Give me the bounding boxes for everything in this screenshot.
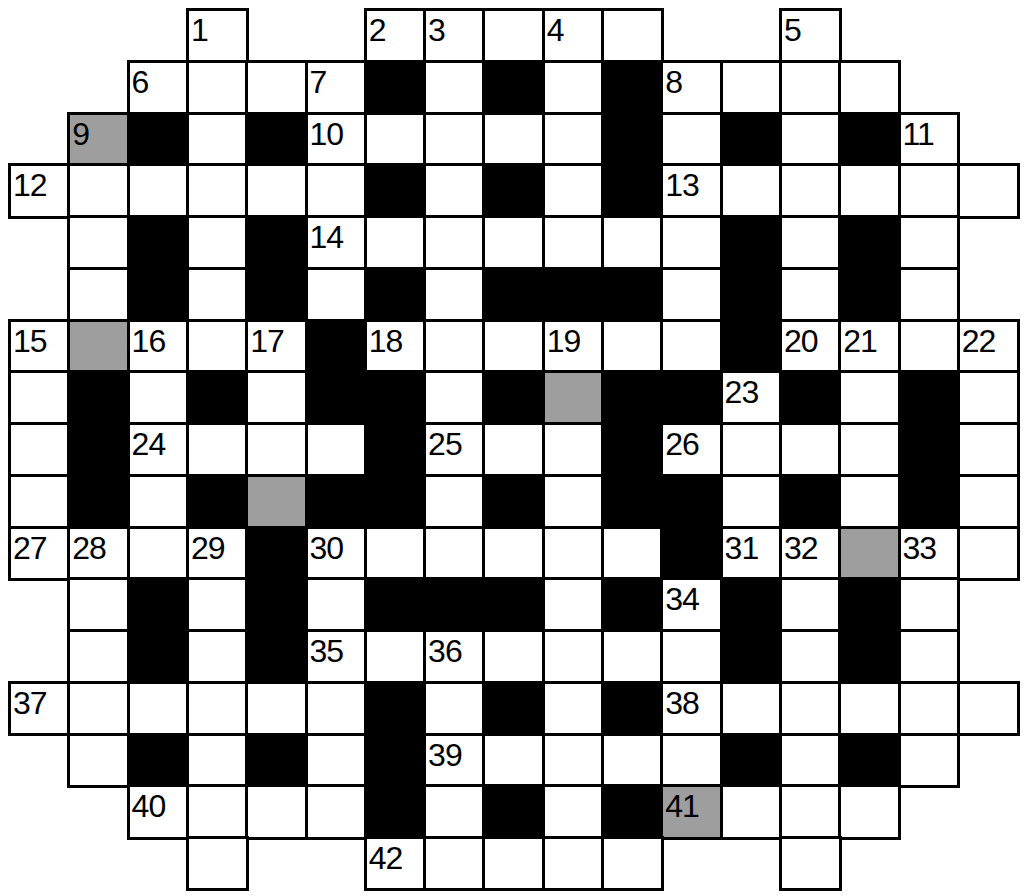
block-cell [601, 784, 664, 839]
block-cell [305, 319, 368, 374]
letter-cell[interactable] [957, 474, 1020, 529]
block-cell [482, 370, 545, 425]
block-cell [364, 60, 427, 115]
clue-number: 27 [13, 532, 47, 564]
block-cell [305, 370, 368, 425]
letter-cell[interactable] [305, 577, 368, 632]
letter-cell[interactable] [542, 681, 605, 736]
letter-cell[interactable] [305, 784, 368, 839]
letter-cell[interactable] [779, 163, 842, 218]
letter-cell[interactable] [601, 526, 664, 581]
letter-cell[interactable] [127, 370, 190, 425]
letter-cell[interactable] [542, 784, 605, 839]
clue-number: 25 [428, 428, 462, 460]
block-cell [245, 215, 308, 270]
clue-number: 29 [191, 532, 225, 564]
letter-cell[interactable] [779, 267, 842, 322]
clue-number: 41 [665, 790, 699, 822]
letter-cell[interactable] [364, 215, 427, 270]
letter-cell[interactable] [720, 60, 783, 115]
letter-cell[interactable]: 16 [127, 319, 190, 374]
block-cell [482, 267, 545, 322]
letter-cell[interactable] [423, 474, 486, 529]
letter-cell[interactable] [542, 215, 605, 270]
clue-number: 37 [13, 687, 47, 719]
letter-cell[interactable] [67, 577, 130, 632]
letter-cell[interactable] [542, 836, 605, 891]
letter-cell[interactable] [482, 215, 545, 270]
letter-cell[interactable] [364, 629, 427, 684]
letter-cell[interactable] [838, 681, 901, 736]
clue-number: 4 [547, 14, 564, 46]
block-cell [838, 215, 901, 270]
letter-cell[interactable]: 12 [8, 163, 71, 218]
block-cell [601, 163, 664, 218]
letter-cell[interactable] [660, 629, 723, 684]
letter-cell[interactable] [423, 836, 486, 891]
block-cell [364, 163, 427, 218]
block-cell [601, 422, 664, 477]
letter-cell[interactable]: 27 [8, 526, 71, 581]
block-cell [601, 60, 664, 115]
letter-cell[interactable] [779, 681, 842, 736]
letter-cell[interactable] [423, 784, 486, 839]
letter-cell[interactable] [482, 112, 545, 167]
letter-cell[interactable] [779, 422, 842, 477]
block-cell [127, 733, 190, 788]
letter-cell[interactable]: 24 [127, 422, 190, 477]
letter-cell[interactable] [186, 733, 249, 788]
letter-cell[interactable]: 5 [779, 8, 842, 63]
crossword-grid: 1234567891011121314151617181920212223242… [0, 0, 1024, 896]
letter-cell[interactable]: 30 [305, 526, 368, 581]
clue-number: 7 [310, 66, 327, 98]
letter-cell[interactable] [67, 215, 130, 270]
letter-cell[interactable] [542, 474, 605, 529]
letter-cell[interactable] [305, 422, 368, 477]
clue-number: 1 [191, 14, 208, 46]
letter-cell[interactable] [8, 474, 71, 529]
clue-number: 17 [250, 325, 284, 357]
clue-number: 23 [725, 376, 759, 408]
clue-number: 12 [13, 169, 47, 201]
letter-cell[interactable] [601, 319, 664, 374]
letter-cell[interactable] [482, 526, 545, 581]
letter-cell[interactable] [957, 163, 1020, 218]
letter-cell[interactable]: 3 [423, 8, 486, 63]
letter-cell[interactable] [720, 681, 783, 736]
letter-cell[interactable] [779, 215, 842, 270]
block-cell [660, 474, 723, 529]
block-cell [245, 112, 308, 167]
block-cell [364, 733, 427, 788]
block-cell [245, 526, 308, 581]
clue-number: 10 [310, 118, 344, 150]
letter-cell[interactable] [423, 60, 486, 115]
letter-cell[interactable] [898, 681, 961, 736]
letter-cell[interactable]: 39 [423, 733, 486, 788]
letter-cell[interactable]: 14 [305, 215, 368, 270]
letter-cell[interactable] [186, 60, 249, 115]
block-cell [660, 370, 723, 425]
letter-cell[interactable] [542, 629, 605, 684]
letter-cell[interactable]: 28 [67, 526, 130, 581]
letter-cell[interactable]: 11 [898, 112, 961, 167]
letter-cell[interactable] [364, 526, 427, 581]
clue-number: 2 [369, 14, 386, 46]
block-cell [779, 370, 842, 425]
letter-cell[interactable] [601, 629, 664, 684]
letter-cell[interactable]: 34 [660, 577, 723, 632]
block-cell [245, 629, 308, 684]
letter-cell[interactable] [423, 112, 486, 167]
clue-number: 42 [369, 842, 403, 874]
block-cell [720, 629, 783, 684]
letter-cell[interactable]: 9 [67, 112, 130, 167]
block-cell [127, 215, 190, 270]
block-cell [838, 629, 901, 684]
clue-number: 35 [310, 635, 344, 667]
letter-cell[interactable]: 2 [364, 8, 427, 63]
block-cell [482, 60, 545, 115]
letter-cell[interactable] [482, 319, 545, 374]
clue-number: 13 [665, 169, 699, 201]
letter-cell[interactable] [8, 370, 71, 425]
block-cell [720, 319, 783, 374]
clue-number: 5 [784, 14, 801, 46]
letter-cell[interactable]: 32 [779, 526, 842, 581]
letter-cell[interactable] [245, 474, 308, 529]
letter-cell[interactable] [838, 370, 901, 425]
clue-number: 40 [132, 790, 166, 822]
letter-cell[interactable]: 18 [364, 319, 427, 374]
block-cell [601, 577, 664, 632]
clue-number: 33 [903, 532, 937, 564]
letter-cell[interactable] [245, 784, 308, 839]
letter-cell[interactable]: 25 [423, 422, 486, 477]
letter-cell[interactable] [779, 733, 842, 788]
letter-cell[interactable] [660, 733, 723, 788]
clue-number: 26 [665, 428, 699, 460]
letter-cell[interactable]: 29 [186, 526, 249, 581]
letter-cell[interactable] [957, 422, 1020, 477]
block-cell [482, 681, 545, 736]
block-cell [542, 267, 605, 322]
letter-cell[interactable] [660, 319, 723, 374]
letter-cell[interactable] [67, 629, 130, 684]
letter-cell[interactable] [186, 836, 249, 891]
letter-cell[interactable] [127, 474, 190, 529]
letter-cell[interactable] [127, 163, 190, 218]
clue-number: 31 [725, 532, 759, 564]
letter-cell[interactable] [245, 681, 308, 736]
block-cell [601, 112, 664, 167]
letter-cell[interactable] [186, 629, 249, 684]
block-cell [898, 474, 961, 529]
clue-number: 28 [72, 532, 106, 564]
clue-number: 39 [428, 739, 462, 771]
clue-number: 22 [962, 325, 996, 357]
block-cell [482, 163, 545, 218]
letter-cell[interactable] [423, 526, 486, 581]
letter-cell[interactable]: 7 [305, 60, 368, 115]
letter-cell[interactable]: 17 [245, 319, 308, 374]
block-cell [364, 267, 427, 322]
letter-cell[interactable] [898, 629, 961, 684]
letter-cell[interactable]: 22 [957, 319, 1020, 374]
letter-cell[interactable]: 20 [779, 319, 842, 374]
clue-number: 21 [843, 325, 877, 357]
block-cell [601, 474, 664, 529]
block-cell [482, 577, 545, 632]
letter-cell[interactable] [67, 163, 130, 218]
letter-cell[interactable] [127, 526, 190, 581]
block-cell [720, 733, 783, 788]
clue-number: 19 [547, 325, 581, 357]
letter-cell[interactable] [482, 733, 545, 788]
letter-cell[interactable] [660, 112, 723, 167]
letter-cell[interactable] [838, 474, 901, 529]
letter-cell[interactable] [542, 163, 605, 218]
letter-cell[interactable] [957, 526, 1020, 581]
letter-cell[interactable] [186, 163, 249, 218]
clue-number: 9 [72, 118, 89, 150]
block-cell [660, 526, 723, 581]
block-cell [67, 422, 130, 477]
clue-number: 15 [13, 325, 47, 357]
letter-cell[interactable] [423, 319, 486, 374]
clue-number: 32 [784, 532, 818, 564]
letter-cell[interactable] [898, 733, 961, 788]
letter-cell[interactable] [779, 60, 842, 115]
clue-number: 18 [369, 325, 403, 357]
letter-cell[interactable] [423, 370, 486, 425]
letter-cell[interactable]: 37 [8, 681, 71, 736]
letter-cell[interactable] [720, 422, 783, 477]
letter-cell[interactable] [482, 836, 545, 891]
block-cell [127, 577, 190, 632]
letter-cell[interactable] [245, 422, 308, 477]
block-cell [601, 370, 664, 425]
block-cell [364, 474, 427, 529]
letter-cell[interactable] [423, 215, 486, 270]
letter-cell[interactable] [601, 215, 664, 270]
clue-number: 6 [132, 66, 149, 98]
block-cell [898, 370, 961, 425]
letter-cell[interactable] [957, 370, 1020, 425]
letter-cell[interactable] [186, 319, 249, 374]
letter-cell[interactable] [542, 526, 605, 581]
letter-cell[interactable] [482, 8, 545, 63]
block-cell [127, 629, 190, 684]
letter-cell[interactable] [542, 577, 605, 632]
letter-cell[interactable] [305, 681, 368, 736]
block-cell [838, 733, 901, 788]
letter-cell[interactable] [601, 8, 664, 63]
letter-cell[interactable] [898, 163, 961, 218]
letter-cell[interactable] [245, 163, 308, 218]
block-cell [364, 577, 427, 632]
block-cell [305, 474, 368, 529]
letter-cell[interactable] [542, 370, 605, 425]
block-cell [67, 370, 130, 425]
block-cell [245, 577, 308, 632]
letter-cell[interactable] [601, 836, 664, 891]
letter-cell[interactable] [67, 267, 130, 322]
letter-cell[interactable] [838, 60, 901, 115]
letter-cell[interactable] [67, 681, 130, 736]
block-cell [720, 215, 783, 270]
letter-cell[interactable] [423, 681, 486, 736]
clue-number: 36 [428, 635, 462, 667]
letter-cell[interactable] [8, 422, 71, 477]
clue-number: 11 [903, 118, 934, 150]
clue-number: 3 [428, 14, 445, 46]
letter-cell[interactable] [957, 681, 1020, 736]
letter-cell[interactable]: 42 [364, 836, 427, 891]
letter-cell[interactable] [542, 422, 605, 477]
letter-cell[interactable] [898, 267, 961, 322]
block-cell [364, 370, 427, 425]
letter-cell[interactable] [779, 577, 842, 632]
letter-cell[interactable] [779, 112, 842, 167]
block-cell [779, 474, 842, 529]
block-cell [67, 474, 130, 529]
letter-cell[interactable] [482, 629, 545, 684]
letter-cell[interactable]: 38 [660, 681, 723, 736]
letter-cell[interactable]: 13 [660, 163, 723, 218]
letter-cell[interactable] [186, 422, 249, 477]
clue-number: 14 [310, 221, 344, 253]
clue-number: 16 [132, 325, 166, 357]
letter-cell[interactable]: 40 [127, 784, 190, 839]
block-cell [364, 422, 427, 477]
letter-cell[interactable]: 21 [838, 319, 901, 374]
letter-cell[interactable] [779, 629, 842, 684]
letter-cell[interactable] [660, 215, 723, 270]
letter-cell[interactable]: 8 [660, 60, 723, 115]
letter-cell[interactable] [305, 267, 368, 322]
block-cell [186, 474, 249, 529]
block-cell [364, 681, 427, 736]
block-cell [482, 784, 545, 839]
letter-cell[interactable] [720, 474, 783, 529]
letter-cell[interactable] [898, 577, 961, 632]
clue-number: 20 [784, 325, 818, 357]
block-cell [127, 112, 190, 167]
letter-cell[interactable]: 26 [660, 422, 723, 477]
letter-cell[interactable] [542, 112, 605, 167]
letter-cell[interactable] [779, 784, 842, 839]
letter-cell[interactable] [720, 784, 783, 839]
letter-cell[interactable] [482, 422, 545, 477]
letter-cell[interactable] [542, 60, 605, 115]
letter-cell[interactable]: 41 [660, 784, 723, 839]
clue-number: 30 [310, 532, 344, 564]
block-cell [245, 733, 308, 788]
block-cell [601, 267, 664, 322]
clue-number: 8 [665, 66, 682, 98]
letter-cell[interactable]: 6 [127, 60, 190, 115]
block-cell [838, 112, 901, 167]
letter-cell[interactable] [186, 784, 249, 839]
block-cell [245, 267, 308, 322]
letter-cell[interactable] [186, 681, 249, 736]
block-cell [127, 267, 190, 322]
block-cell [720, 267, 783, 322]
letter-cell[interactable] [838, 784, 901, 839]
letter-cell[interactable] [186, 215, 249, 270]
letter-cell[interactable]: 19 [542, 319, 605, 374]
letter-cell[interactable]: 10 [305, 112, 368, 167]
block-cell [601, 681, 664, 736]
letter-cell[interactable] [423, 267, 486, 322]
letter-cell[interactable] [838, 422, 901, 477]
letter-cell[interactable] [305, 733, 368, 788]
letter-cell[interactable] [186, 267, 249, 322]
letter-cell[interactable] [245, 370, 308, 425]
letter-cell[interactable] [364, 112, 427, 167]
letter-cell[interactable]: 1 [186, 8, 249, 63]
letter-cell[interactable] [838, 163, 901, 218]
letter-cell[interactable] [67, 733, 130, 788]
letter-cell[interactable] [423, 163, 486, 218]
letter-cell[interactable]: 33 [898, 526, 961, 581]
letter-cell[interactable] [898, 319, 961, 374]
letter-cell[interactable]: 31 [720, 526, 783, 581]
block-cell [186, 370, 249, 425]
letter-cell[interactable]: 36 [423, 629, 486, 684]
letter-cell[interactable] [186, 112, 249, 167]
clue-number: 38 [665, 687, 699, 719]
letter-cell[interactable] [127, 681, 190, 736]
letter-cell[interactable] [67, 319, 130, 374]
letter-cell[interactable] [542, 733, 605, 788]
clue-number: 24 [132, 428, 166, 460]
block-cell [423, 577, 486, 632]
letter-cell[interactable]: 23 [720, 370, 783, 425]
letter-cell[interactable] [186, 577, 249, 632]
block-cell [898, 422, 961, 477]
block-cell [838, 267, 901, 322]
letter-cell[interactable] [898, 215, 961, 270]
letter-cell[interactable] [779, 836, 842, 891]
letter-cell[interactable] [245, 60, 308, 115]
block-cell [720, 112, 783, 167]
letter-cell[interactable] [305, 163, 368, 218]
letter-cell[interactable]: 15 [8, 319, 71, 374]
block-cell [720, 577, 783, 632]
clue-number: 34 [665, 583, 699, 615]
letter-cell[interactable]: 4 [542, 8, 605, 63]
letter-cell[interactable]: 35 [305, 629, 368, 684]
letter-cell[interactable] [601, 733, 664, 788]
block-cell [482, 474, 545, 529]
letter-cell[interactable] [660, 267, 723, 322]
letter-cell[interactable] [720, 163, 783, 218]
letter-cell[interactable] [838, 526, 901, 581]
block-cell [838, 577, 901, 632]
block-cell [364, 784, 427, 839]
